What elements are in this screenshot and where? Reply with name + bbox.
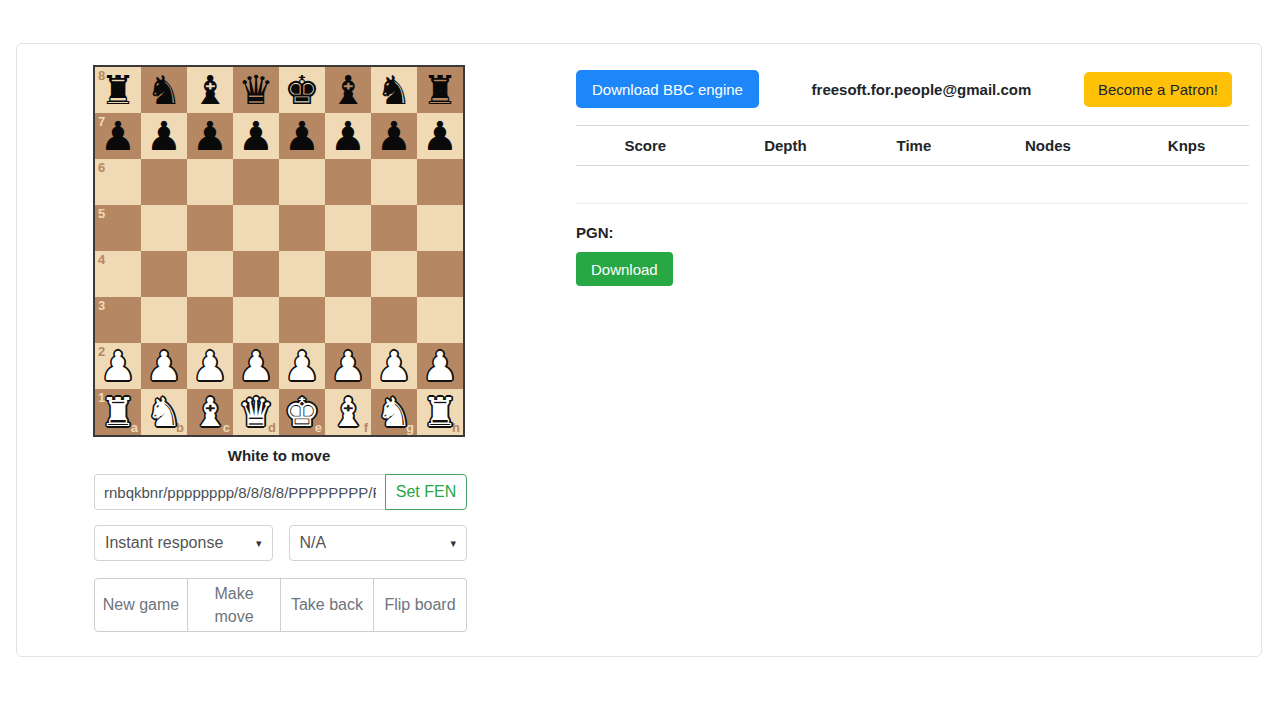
square-e5[interactable]: [279, 205, 325, 251]
empty-cell: [972, 166, 1125, 204]
fen-input[interactable]: [94, 474, 385, 510]
square-c6[interactable]: [187, 159, 233, 205]
new-game-button[interactable]: New game: [94, 578, 188, 632]
square-b5[interactable]: [141, 205, 187, 251]
square-h2[interactable]: ♟: [417, 343, 463, 389]
move-mode-select[interactable]: Instant response ▾: [94, 525, 273, 561]
square-d3[interactable]: [233, 297, 279, 343]
square-c4[interactable]: [187, 251, 233, 297]
engine-table-empty-row: [576, 166, 1249, 204]
square-c3[interactable]: [187, 297, 233, 343]
square-b7[interactable]: ♟: [141, 113, 187, 159]
square-e6[interactable]: [279, 159, 325, 205]
set-fen-button[interactable]: Set FEN: [385, 474, 467, 510]
black-king-icon: ♚: [284, 70, 320, 110]
flip-board-button[interactable]: Flip board: [374, 578, 467, 632]
square-f1[interactable]: f♝: [325, 389, 371, 435]
square-e8[interactable]: ♚: [279, 67, 325, 113]
square-g3[interactable]: [371, 297, 417, 343]
square-c5[interactable]: [187, 205, 233, 251]
square-a3[interactable]: 3: [95, 297, 141, 343]
white-pawn-icon: ♟: [100, 346, 136, 386]
empty-cell: [576, 166, 715, 204]
become-patron-button[interactable]: Become a Patron!: [1084, 72, 1232, 107]
square-d7[interactable]: ♟: [233, 113, 279, 159]
move-mode-value: Instant response: [105, 534, 223, 552]
black-pawn-icon: ♟: [376, 116, 412, 156]
square-f2[interactable]: ♟: [325, 343, 371, 389]
square-b8[interactable]: ♞: [141, 67, 187, 113]
white-bishop-icon: ♝: [330, 392, 366, 432]
contact-email: freesoft.for.people@gmail.com: [812, 81, 1032, 98]
square-d6[interactable]: [233, 159, 279, 205]
rank-label: 6: [98, 161, 105, 174]
column-header-score: Score: [576, 126, 715, 166]
square-d1[interactable]: d♛: [233, 389, 279, 435]
square-d2[interactable]: ♟: [233, 343, 279, 389]
pgn-download-button[interactable]: Download: [576, 252, 673, 286]
square-b6[interactable]: [141, 159, 187, 205]
game-actions-group: New gameMake moveTake backFlip board: [94, 578, 467, 632]
chevron-down-icon: ▾: [450, 537, 456, 550]
square-c2[interactable]: ♟: [187, 343, 233, 389]
black-pawn-icon: ♟: [330, 116, 366, 156]
white-pawn-icon: ♟: [376, 346, 412, 386]
chess-board: 8♜♞♝♛♚♝♞♜7♟♟♟♟♟♟♟♟65432♟♟♟♟♟♟♟♟1a♜b♞c♝d♛…: [93, 65, 465, 437]
black-bishop-icon: ♝: [330, 70, 366, 110]
white-king-icon: ♚: [284, 392, 320, 432]
square-d8[interactable]: ♛: [233, 67, 279, 113]
square-d4[interactable]: [233, 251, 279, 297]
black-rook-icon: ♜: [100, 70, 136, 110]
column-header-nodes: Nodes: [972, 126, 1125, 166]
square-f4[interactable]: [325, 251, 371, 297]
square-a8[interactable]: 8♜: [95, 67, 141, 113]
rank-label: 5: [98, 207, 105, 220]
column-header-depth: Depth: [715, 126, 856, 166]
empty-cell: [715, 166, 856, 204]
square-h8[interactable]: ♜: [417, 67, 463, 113]
black-bishop-icon: ♝: [192, 70, 228, 110]
black-knight-icon: ♞: [146, 70, 182, 110]
white-knight-icon: ♞: [376, 392, 412, 432]
white-pawn-icon: ♟: [192, 346, 228, 386]
square-g8[interactable]: ♞: [371, 67, 417, 113]
main-card: 8♜♞♝♛♚♝♞♜7♟♟♟♟♟♟♟♟65432♟♟♟♟♟♟♟♟1a♜b♞c♝d♛…: [16, 43, 1262, 657]
square-g7[interactable]: ♟: [371, 113, 417, 159]
square-f8[interactable]: ♝: [325, 67, 371, 113]
square-h4[interactable]: [417, 251, 463, 297]
square-g5[interactable]: [371, 205, 417, 251]
black-pawn-icon: ♟: [146, 116, 182, 156]
square-f6[interactable]: [325, 159, 371, 205]
time-control-select[interactable]: N/A ▾: [289, 525, 468, 561]
rank-label: 4: [98, 253, 105, 266]
white-bishop-icon: ♝: [192, 392, 228, 432]
square-h7[interactable]: ♟: [417, 113, 463, 159]
square-a1[interactable]: 1a♜: [95, 389, 141, 435]
square-h1[interactable]: h♜: [417, 389, 463, 435]
black-knight-icon: ♞: [376, 70, 412, 110]
black-rook-icon: ♜: [422, 70, 458, 110]
empty-cell: [856, 166, 972, 204]
black-pawn-icon: ♟: [238, 116, 274, 156]
white-knight-icon: ♞: [146, 392, 182, 432]
engine-table-header-row: ScoreDepthTimeNodesKnps: [576, 126, 1249, 166]
square-h3[interactable]: [417, 297, 463, 343]
white-pawn-icon: ♟: [422, 346, 458, 386]
square-a5[interactable]: 5: [95, 205, 141, 251]
rank-label: 3: [98, 299, 105, 312]
square-b1[interactable]: b♞: [141, 389, 187, 435]
square-c1[interactable]: c♝: [187, 389, 233, 435]
square-g4[interactable]: [371, 251, 417, 297]
square-g6[interactable]: [371, 159, 417, 205]
square-d5[interactable]: [233, 205, 279, 251]
top-header-row: Download BBC engine freesoft.for.people@…: [576, 70, 1232, 108]
black-pawn-icon: ♟: [422, 116, 458, 156]
time-control-value: N/A: [300, 534, 327, 552]
fen-input-group: Set FEN: [94, 474, 467, 510]
chevron-down-icon: ▾: [256, 537, 262, 550]
square-g1[interactable]: g♞: [371, 389, 417, 435]
white-rook-icon: ♜: [422, 392, 458, 432]
square-f7[interactable]: ♟: [325, 113, 371, 159]
take-back-button[interactable]: Take back: [281, 578, 374, 632]
square-e1[interactable]: e♚: [279, 389, 325, 435]
square-e2[interactable]: ♟: [279, 343, 325, 389]
white-pawn-icon: ♟: [330, 346, 366, 386]
square-h5[interactable]: [417, 205, 463, 251]
white-rook-icon: ♜: [100, 392, 136, 432]
white-pawn-icon: ♟: [284, 346, 320, 386]
square-e4[interactable]: [279, 251, 325, 297]
square-c7[interactable]: ♟: [187, 113, 233, 159]
black-pawn-icon: ♟: [284, 116, 320, 156]
make-move-button[interactable]: Make move: [188, 578, 281, 632]
white-pawn-icon: ♟: [238, 346, 274, 386]
black-queen-icon: ♛: [238, 70, 274, 110]
square-e3[interactable]: [279, 297, 325, 343]
empty-cell: [1124, 166, 1249, 204]
square-f5[interactable]: [325, 205, 371, 251]
square-e7[interactable]: ♟: [279, 113, 325, 159]
pgn-label: PGN:: [576, 224, 614, 241]
black-pawn-icon: ♟: [192, 116, 228, 156]
square-b2[interactable]: ♟: [141, 343, 187, 389]
square-a2[interactable]: 2♟: [95, 343, 141, 389]
square-b3[interactable]: [141, 297, 187, 343]
square-a6[interactable]: 6: [95, 159, 141, 205]
square-a7[interactable]: 7♟: [95, 113, 141, 159]
square-f3[interactable]: [325, 297, 371, 343]
black-pawn-icon: ♟: [100, 116, 136, 156]
square-a4[interactable]: 4: [95, 251, 141, 297]
square-c8[interactable]: ♝: [187, 67, 233, 113]
white-queen-icon: ♛: [238, 392, 274, 432]
download-engine-button[interactable]: Download BBC engine: [576, 70, 759, 108]
column-header-time: Time: [856, 126, 972, 166]
square-h6[interactable]: [417, 159, 463, 205]
white-pawn-icon: ♟: [146, 346, 182, 386]
square-b4[interactable]: [141, 251, 187, 297]
column-header-knps: Knps: [1124, 126, 1249, 166]
turn-indicator: White to move: [93, 447, 465, 464]
engine-options-row: Instant response ▾ N/A ▾: [94, 525, 467, 561]
engine-output-table: ScoreDepthTimeNodesKnps: [576, 125, 1249, 204]
square-g2[interactable]: ♟: [371, 343, 417, 389]
